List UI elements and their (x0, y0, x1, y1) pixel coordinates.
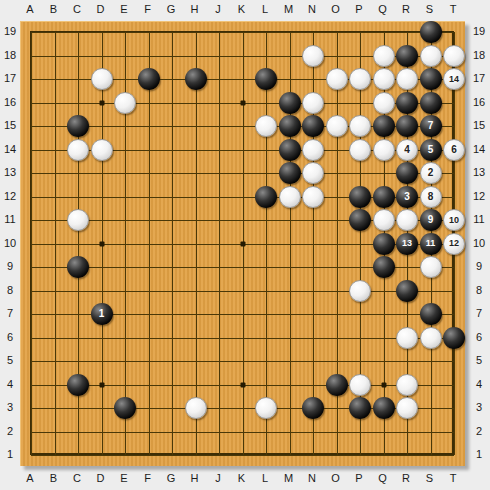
stone-P15-white (349, 115, 371, 137)
col-label-top-R: R (402, 4, 410, 15)
col-label-bottom-M: M (284, 473, 293, 484)
row-label-left-18: 18 (4, 49, 16, 60)
stone-S11-black: 9 (420, 209, 442, 231)
stone-P17-white (349, 68, 371, 90)
col-label-top-H: H (191, 4, 199, 15)
row-label-right-13: 13 (473, 167, 485, 178)
col-label-bottom-T: T (450, 473, 457, 484)
stone-S15-black: 7 (420, 115, 442, 137)
stone-M16-black (279, 92, 301, 114)
col-label-top-S: S (426, 4, 433, 15)
stone-T17-white: 14 (443, 68, 465, 90)
move-number-label: 11 (426, 239, 436, 248)
stone-R3-white (396, 397, 418, 419)
row-label-right-5: 5 (476, 355, 482, 366)
row-label-right-8: 8 (476, 284, 482, 295)
hoshi-point-K10 (240, 241, 245, 246)
stone-S9-white (420, 256, 442, 278)
row-label-right-3: 3 (476, 402, 482, 413)
stone-M13-black (279, 162, 301, 184)
stone-R11-white (396, 209, 418, 231)
row-label-right-11: 11 (473, 214, 484, 225)
row-label-right-19: 19 (473, 26, 485, 37)
grid-line-horizontal (31, 361, 454, 362)
stone-R4-white (396, 374, 418, 396)
stone-P8-white (349, 280, 371, 302)
row-label-right-10: 10 (473, 237, 485, 248)
stone-L3-white (255, 397, 277, 419)
col-label-bottom-N: N (308, 473, 316, 484)
col-label-bottom-G: G (167, 473, 176, 484)
row-label-left-11: 11 (4, 214, 15, 225)
hoshi-point-K16 (240, 100, 245, 105)
stone-Q11-white (373, 209, 395, 231)
go-diagram: ABCDEFGHJKLMNOPQRST ABCDEFGHJKLMNOPQRST … (0, 0, 490, 490)
row-label-left-5: 5 (7, 355, 13, 366)
col-label-bottom-J: J (215, 473, 221, 484)
col-label-bottom-C: C (73, 473, 81, 484)
stone-P4-white (349, 374, 371, 396)
col-label-bottom-K: K (238, 473, 245, 484)
col-label-top-F: F (144, 4, 151, 15)
stone-T6-black (443, 327, 465, 349)
stone-H3-white (185, 397, 207, 419)
stone-C15-black (67, 115, 89, 137)
row-label-left-9: 9 (7, 261, 13, 272)
stone-L17-black (255, 68, 277, 90)
row-label-right-18: 18 (473, 49, 485, 60)
stone-P12-black (349, 186, 371, 208)
stone-P3-black (349, 397, 371, 419)
col-label-top-O: O (331, 4, 340, 15)
stone-D17-white (91, 68, 113, 90)
move-number-label: 9 (428, 215, 434, 225)
move-number-label: 7 (428, 121, 434, 131)
stone-P11-black (349, 209, 371, 231)
row-label-right-1: 1 (476, 449, 482, 460)
stone-P14-white (349, 139, 371, 161)
row-label-left-4: 4 (7, 378, 13, 389)
stone-N12-white (302, 186, 324, 208)
col-label-top-M: M (284, 4, 293, 15)
stone-D7-black: 1 (91, 303, 113, 325)
row-label-left-7: 7 (7, 308, 13, 319)
grid-line-horizontal (31, 291, 454, 292)
move-number-label: 12 (449, 239, 459, 248)
stone-N13-white (302, 162, 324, 184)
stone-C9-black (67, 256, 89, 278)
stone-S7-black (420, 303, 442, 325)
stone-T14-white: 6 (443, 139, 465, 161)
row-label-left-17: 17 (4, 73, 16, 84)
stone-R14-white: 4 (396, 139, 418, 161)
stone-R6-white (396, 327, 418, 349)
grid-line-horizontal (31, 455, 454, 456)
stone-H17-black (185, 68, 207, 90)
stone-N14-white (302, 139, 324, 161)
stone-D14-white (91, 139, 113, 161)
stone-Q18-white (373, 45, 395, 67)
stone-E16-white (114, 92, 136, 114)
stone-M15-black (279, 115, 301, 137)
col-label-bottom-B: B (50, 473, 57, 484)
col-label-top-J: J (215, 4, 221, 15)
col-label-bottom-P: P (355, 473, 362, 484)
move-number-label: 8 (428, 192, 434, 202)
stone-R17-white (396, 68, 418, 90)
stone-S12-white: 8 (420, 186, 442, 208)
stone-S18-white (420, 45, 442, 67)
col-label-top-E: E (120, 4, 127, 15)
stone-L12-black (255, 186, 277, 208)
col-label-top-P: P (355, 4, 362, 15)
hoshi-point-Q4 (381, 382, 386, 387)
col-label-bottom-S: S (426, 473, 433, 484)
row-label-right-2: 2 (476, 425, 482, 436)
row-label-left-10: 10 (4, 237, 16, 248)
stone-S10-black: 11 (420, 233, 442, 255)
row-label-right-6: 6 (476, 331, 482, 342)
stone-C4-black (67, 374, 89, 396)
col-label-bottom-O: O (331, 473, 340, 484)
move-number-label: 14 (449, 75, 459, 84)
stone-T10-white: 12 (443, 233, 465, 255)
stone-N3-black (302, 397, 324, 419)
row-label-left-1: 1 (7, 449, 13, 460)
col-label-top-K: K (238, 4, 245, 15)
stone-Q15-black (373, 115, 395, 137)
stone-S17-black (420, 68, 442, 90)
stone-L15-white (255, 115, 277, 137)
row-label-right-14: 14 (473, 143, 485, 154)
stone-T18-white (443, 45, 465, 67)
stone-R10-black: 13 (396, 233, 418, 255)
move-number-label: 4 (404, 145, 410, 155)
stone-S6-white (420, 327, 442, 349)
stone-Q14-white (373, 139, 395, 161)
col-label-bottom-E: E (120, 473, 127, 484)
stone-O4-black (326, 374, 348, 396)
col-label-top-G: G (167, 4, 176, 15)
stone-Q3-black (373, 397, 395, 419)
stone-O15-white (326, 115, 348, 137)
stone-Q12-black (373, 186, 395, 208)
go-board[interactable]: 1474562389101311121 (20, 21, 465, 466)
col-label-bottom-A: A (26, 473, 33, 484)
col-label-top-B: B (50, 4, 57, 15)
stone-E3-black (114, 397, 136, 419)
stone-Q9-black (373, 256, 395, 278)
stone-Q17-white (373, 68, 395, 90)
row-label-left-16: 16 (4, 96, 16, 107)
stone-R16-black (396, 92, 418, 114)
row-label-right-16: 16 (473, 96, 485, 107)
stone-M14-black (279, 139, 301, 161)
hoshi-point-D10 (99, 241, 104, 246)
col-label-bottom-F: F (144, 473, 151, 484)
row-label-right-15: 15 (473, 120, 485, 131)
grid-line-horizontal (31, 338, 454, 339)
col-label-top-A: A (26, 4, 33, 15)
move-number-label: 10 (449, 216, 459, 225)
stone-R15-black (396, 115, 418, 137)
move-number-label: 6 (451, 145, 457, 155)
grid-line-vertical (266, 32, 267, 455)
row-label-right-7: 7 (476, 308, 482, 319)
col-label-top-N: N (308, 4, 316, 15)
stone-T11-white: 10 (443, 209, 465, 231)
row-label-left-2: 2 (7, 425, 13, 436)
stone-R13-black (396, 162, 418, 184)
row-label-right-9: 9 (476, 261, 482, 272)
stone-C14-white (67, 139, 89, 161)
stone-Q16-white (373, 92, 395, 114)
stone-C11-white (67, 209, 89, 231)
hoshi-point-D16 (99, 100, 104, 105)
stone-R8-black (396, 280, 418, 302)
col-label-top-L: L (262, 4, 268, 15)
stone-Q10-black (373, 233, 395, 255)
grid-line-horizontal (31, 432, 454, 433)
stone-N16-white (302, 92, 324, 114)
col-label-top-Q: Q (378, 4, 387, 15)
move-number-label: 13 (402, 239, 412, 248)
stone-S19-black (420, 21, 442, 43)
col-label-bottom-L: L (262, 473, 268, 484)
hoshi-point-D4 (99, 382, 104, 387)
stone-R18-black (396, 45, 418, 67)
stone-S16-black (420, 92, 442, 114)
stone-N15-black (302, 115, 324, 137)
col-label-top-T: T (450, 4, 457, 15)
col-label-top-C: C (73, 4, 81, 15)
row-label-left-6: 6 (7, 331, 13, 342)
stone-S14-black: 5 (420, 139, 442, 161)
col-label-top-D: D (97, 4, 105, 15)
row-label-left-15: 15 (4, 120, 16, 131)
row-label-left-14: 14 (4, 143, 16, 154)
hoshi-point-K4 (240, 382, 245, 387)
col-label-bottom-R: R (402, 473, 410, 484)
row-label-right-4: 4 (476, 378, 482, 389)
stone-S13-white: 2 (420, 162, 442, 184)
col-label-bottom-D: D (97, 473, 105, 484)
stone-R12-black: 3 (396, 186, 418, 208)
row-label-left-13: 13 (4, 167, 16, 178)
row-label-left-8: 8 (7, 284, 13, 295)
stone-M12-white (279, 186, 301, 208)
col-label-bottom-Q: Q (378, 473, 387, 484)
col-label-bottom-H: H (191, 473, 199, 484)
stone-O17-white (326, 68, 348, 90)
row-label-left-12: 12 (4, 190, 16, 201)
move-number-label: 5 (428, 145, 434, 155)
move-number-label: 2 (428, 168, 434, 178)
stone-N18-white (302, 45, 324, 67)
row-label-left-3: 3 (7, 402, 13, 413)
move-number-label: 3 (404, 192, 410, 202)
row-label-right-17: 17 (473, 73, 485, 84)
move-number-label: 1 (99, 309, 105, 319)
row-label-right-12: 12 (473, 190, 485, 201)
row-label-left-19: 19 (4, 26, 16, 37)
stone-F17-black (138, 68, 160, 90)
